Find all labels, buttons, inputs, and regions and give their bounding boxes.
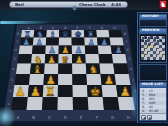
piece-white-rook-c2[interactable]: ♜: [45, 84, 56, 99]
square-e1[interactable]: [73, 97, 89, 110]
square-e2[interactable]: [73, 85, 88, 97]
preview-board-wrap: [140, 34, 166, 62]
piece-black-king-e8[interactable]: ♚: [74, 30, 81, 39]
piece-black-pawn-b7[interactable]: ♟: [35, 37, 43, 47]
move-list-label: MOVE LIST: [142, 83, 163, 86]
coord-label: 5: [128, 57, 130, 61]
preview-mini-board: [140, 35, 166, 61]
coord-label: 6: [127, 48, 129, 52]
preview-panel: PREVIEW: [139, 28, 167, 63]
square-g5[interactable]: [99, 54, 114, 64]
square-a4[interactable]: [16, 64, 31, 75]
top-status-bar: Neil Chess Clock 4:43 ♞: [0, 0, 168, 10]
glow-accent: [0, 21, 50, 24]
move-list-panel: MOVE LIST 4.c35.Bb46.Nf47.Qd58.e59.d5-d6…: [139, 82, 167, 121]
piece-white-knight-f4[interactable]: ♞: [89, 63, 98, 75]
square-a5[interactable]: [17, 54, 32, 64]
square-f6[interactable]: [85, 46, 99, 55]
move-text: d5-d6: [149, 109, 158, 113]
history-label: HISTORY: [142, 15, 159, 18]
prev-move-button[interactable]: ◀: [141, 115, 146, 120]
coord-label: A: [17, 115, 20, 120]
square-h5[interactable]: [112, 54, 127, 64]
piece-white-pawn-a2[interactable]: ♟: [15, 84, 26, 99]
square-g6[interactable]: [98, 46, 112, 55]
coord-label: 4: [130, 67, 132, 71]
preview-header[interactable]: PREVIEW: [140, 29, 166, 34]
chess-board[interactable]: AABBCCDDEEFFGGHH8877665544332211♜♞♝♛♚♜♟♟…: [0, 10, 138, 126]
coord-label: 7: [125, 40, 127, 44]
clock-label: Chess Clock: [79, 2, 106, 7]
status-pill: Neil Chess Clock 4:43: [9, 1, 128, 8]
coord-label: 2: [9, 89, 11, 93]
captured-pieces-panel: [139, 64, 167, 81]
history-body: [140, 20, 166, 26]
piece-white-pawn-c5[interactable]: ♟: [47, 54, 56, 65]
coord-label: G: [111, 115, 114, 120]
move-list-header[interactable]: MOVE LIST: [140, 83, 166, 88]
piece-white-pawn-b2[interactable]: ♟: [30, 84, 41, 99]
coord-label: 1: [8, 102, 10, 106]
coord-label: C: [48, 115, 51, 120]
square-g1[interactable]: [103, 97, 120, 110]
piece-black-bishop-c8[interactable]: ♝: [49, 30, 56, 39]
chess-app-window: Neil Chess Clock 4:43 ♞ AABBCCDDEEFFGGHH…: [0, 0, 168, 126]
app-logo-knight-icon[interactable]: ♞: [159, 0, 167, 9]
piece-white-pawn-g3[interactable]: ♟: [104, 73, 114, 87]
piece-white-king-f2[interactable]: ♚: [90, 84, 101, 99]
sidebar: HISTORY PREVIEW MOVE LIST 4.c35.Bb46.Nf4…: [137, 12, 168, 123]
coord-label: 5: [14, 57, 16, 61]
move-list-rows[interactable]: 4.c35.Bb46.Nf47.Qd58.e59.d5-d6: [140, 88, 166, 113]
piece-black-pawn-f7[interactable]: ♟: [87, 37, 95, 47]
square-f5[interactable]: [85, 54, 99, 64]
square-d3[interactable]: [58, 74, 73, 85]
piece-white-queen-d5[interactable]: ♛: [61, 54, 70, 65]
preview-square: [162, 57, 165, 60]
coord-label: 4: [12, 67, 14, 71]
square-d4[interactable]: [58, 64, 72, 75]
square-d2[interactable]: [58, 85, 73, 97]
square-h4[interactable]: [113, 64, 129, 75]
coord-label: 8: [17, 32, 19, 36]
piece-black-pawn-g7[interactable]: ♟: [100, 37, 108, 47]
square-e4[interactable]: [72, 64, 86, 75]
coord-label: 3: [11, 78, 13, 82]
piece-black-pawn-a7[interactable]: ♟: [23, 37, 31, 47]
turn-indicator-icon: [73, 6, 76, 10]
next-move-button[interactable]: ▶: [147, 115, 152, 120]
coord-label: 8: [124, 32, 126, 36]
coord-label: 7: [16, 40, 18, 44]
piece-white-bishop-b4[interactable]: ♝: [32, 63, 41, 75]
history-panel: HISTORY: [139, 14, 167, 27]
history-header[interactable]: HISTORY: [140, 15, 166, 20]
move-number: 9.: [142, 109, 145, 113]
board-area: AABBCCDDEEFFGGHH8877665544332211♜♞♝♛♚♜♟♟…: [0, 10, 138, 126]
square-e3[interactable]: [72, 74, 87, 85]
coord-label: 6: [15, 48, 17, 52]
piece-white-pawn-e5[interactable]: ♟: [75, 54, 84, 65]
move-list-row[interactable]: 9.d5-d6: [141, 109, 166, 113]
square-h8[interactable]: [109, 30, 123, 38]
preview-label: PREVIEW: [142, 29, 160, 32]
clock-time: 4:43: [111, 2, 121, 7]
square-a6[interactable]: [19, 46, 33, 55]
move-nav: ◀ ▶: [140, 113, 166, 120]
coord-label: B: [32, 115, 35, 120]
piece-black-queen-d8[interactable]: ♛: [62, 30, 69, 39]
piece-black-pawn-h6[interactable]: ♟: [114, 45, 122, 55]
square-d1[interactable]: [58, 97, 74, 110]
coord-label: D: [64, 115, 67, 120]
player-name: Neil: [15, 2, 24, 7]
